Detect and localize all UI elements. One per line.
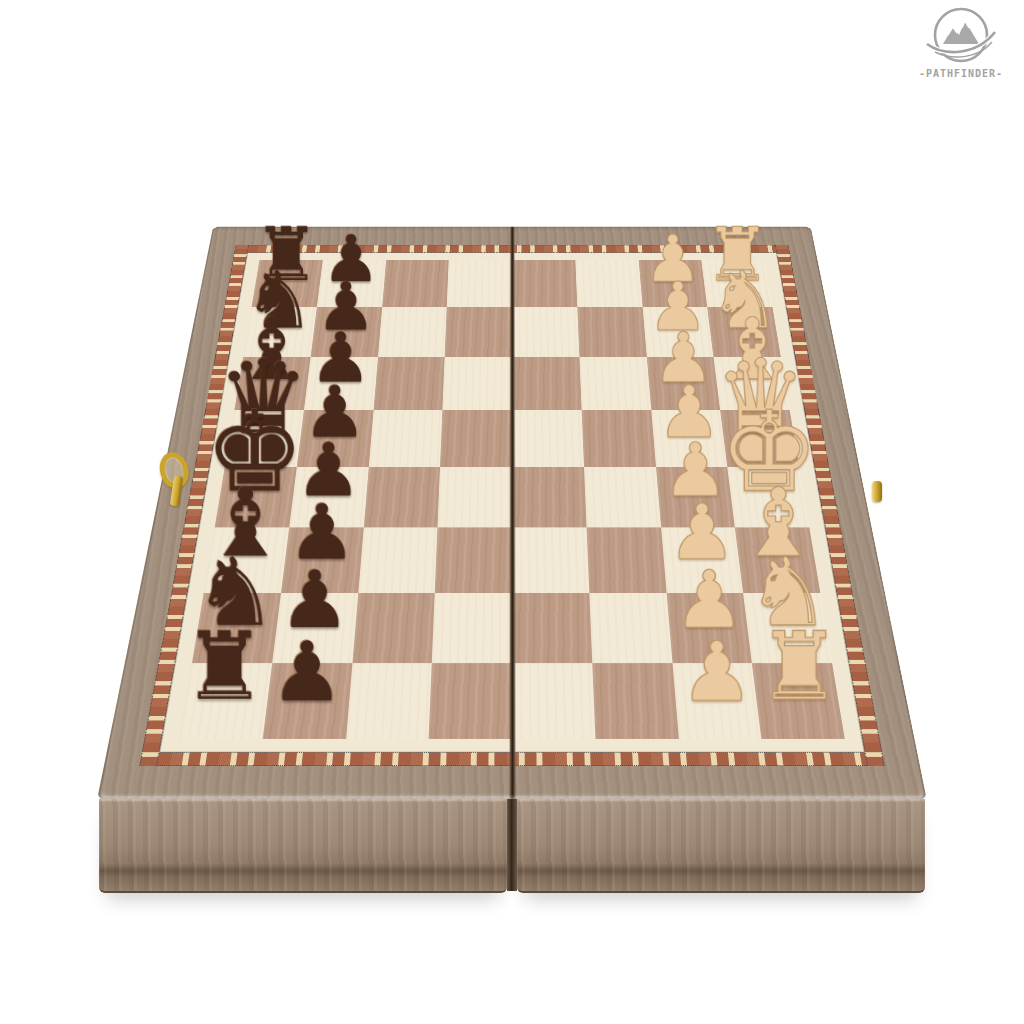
square (701, 260, 772, 307)
square (289, 467, 368, 528)
square (720, 410, 799, 467)
box-front-left (99, 799, 507, 893)
square (363, 467, 440, 528)
square (714, 357, 790, 410)
box-front-seam (507, 799, 517, 891)
square (382, 260, 449, 307)
square (707, 307, 780, 357)
square (432, 593, 512, 663)
square (192, 593, 281, 663)
board-plane: ♜♟♟♜♞♟♟♞♝♟♟♝♛♟♟♛♚♟♟♚♝♟♟♝♞♟♟♞♜♟♟♜ (97, 227, 927, 800)
square (445, 307, 512, 357)
square (661, 528, 744, 593)
brass-clasp (158, 450, 192, 512)
square (666, 593, 752, 663)
square (512, 593, 592, 663)
square (281, 528, 364, 593)
square (656, 467, 735, 528)
square (297, 410, 374, 467)
square (581, 410, 655, 467)
square (447, 260, 512, 307)
square (373, 357, 445, 410)
square (743, 593, 832, 663)
box-front-right (517, 799, 925, 893)
square (378, 307, 447, 357)
board-surface (97, 227, 927, 800)
square (358, 528, 438, 593)
square (589, 593, 672, 663)
square (317, 260, 386, 307)
square (646, 357, 720, 410)
square (577, 307, 646, 357)
square (512, 663, 595, 739)
square (586, 528, 666, 593)
mountain-swoosh-icon (915, 4, 1007, 70)
square (584, 467, 661, 528)
square (672, 663, 762, 739)
chess-board-scene: ♜♟♟♜♞♟♟♞♝♟♟♝♛♟♟♛♚♟♟♚♝♟♟♝♞♟♟♞♜♟♟♜ (97, 0, 927, 800)
square (438, 467, 512, 528)
square (512, 528, 589, 593)
square (368, 410, 442, 467)
product-photo: -PATHFINDER- ♜♟♟♜♞♟♟♞♝♟♟♝♛♟♟♛♚♟♟♚♝♟♟♝♞♟♟… (0, 0, 1024, 1024)
square (512, 467, 586, 528)
square (440, 410, 512, 467)
wood-grain (517, 799, 925, 891)
square (512, 410, 584, 467)
square (272, 593, 358, 663)
square (179, 663, 272, 739)
square (234, 357, 310, 410)
square (651, 410, 728, 467)
square (352, 593, 435, 663)
square (512, 357, 581, 410)
fold-seam (509, 227, 516, 800)
square (225, 410, 304, 467)
square (215, 467, 297, 528)
square (579, 357, 651, 410)
square (346, 663, 432, 739)
square (642, 307, 713, 357)
square (727, 467, 809, 528)
square (252, 260, 323, 307)
square (735, 528, 820, 593)
square (512, 307, 579, 357)
square (429, 663, 512, 739)
wood-grain (99, 799, 507, 891)
square (435, 528, 512, 593)
square (638, 260, 707, 307)
brass-pin (872, 481, 882, 502)
square (752, 663, 845, 739)
square (243, 307, 316, 357)
square (512, 260, 577, 307)
square (304, 357, 378, 410)
square (592, 663, 678, 739)
square (310, 307, 381, 357)
square (443, 357, 512, 410)
square (262, 663, 352, 739)
square (204, 528, 289, 593)
square (575, 260, 642, 307)
